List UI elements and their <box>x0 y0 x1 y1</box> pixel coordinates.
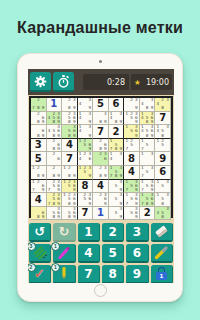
pencil-marks: 1235689 <box>62 193 77 206</box>
cell-value: 1 <box>50 99 57 109</box>
cell-value: 5 <box>35 154 42 164</box>
cell-r1c6[interactable]: 6 <box>109 98 125 112</box>
cell-r7c5[interactable]: 4 <box>93 180 109 194</box>
cell-r7c7[interactable]: 135679 <box>124 180 140 194</box>
elapsed-time: 0:28 <box>83 74 129 90</box>
pencil-marks: 35689 <box>47 207 62 220</box>
pencil-marks: 3489 <box>140 98 155 111</box>
cell-value: 4 <box>66 140 73 150</box>
undo-button[interactable]: ↺ <box>29 223 51 242</box>
digit-5-button[interactable]: 5 <box>102 244 124 263</box>
pencil-marks: 2789 <box>31 98 46 111</box>
input-pad: ↺↻12331456✓217891 <box>29 223 173 283</box>
pencil-marks: 2348 <box>155 98 170 111</box>
clock-display: ★ 19:00 <box>131 74 172 90</box>
pencil-marks: 12569 <box>78 139 93 152</box>
cell-r8c1[interactable]: 4 <box>31 193 47 207</box>
pencil-marks: 3458 <box>155 207 170 220</box>
pencil-marks: 1358 <box>155 193 170 206</box>
cell-r7c8[interactable]: 135679 <box>140 180 156 194</box>
page-title: Карандашные метки <box>0 19 200 37</box>
elapsed-time-value: 0:28 <box>107 78 125 87</box>
cell-r5c2[interactable]: 26 <box>47 152 63 166</box>
cell-r6c6[interactable]: 135789 <box>109 166 125 180</box>
pencil-marks: 689 <box>31 125 46 138</box>
pencil-marks: 235689 <box>62 112 77 125</box>
lock-button[interactable]: 1 <box>151 265 173 283</box>
cell-r3c5[interactable]: 7 <box>93 125 109 139</box>
pencil-marks: 13 <box>140 152 155 165</box>
pencil-marks: 26 <box>47 152 62 165</box>
check-button[interactable]: ✓2 <box>29 265 51 283</box>
cell-r9c6[interactable]: 359 <box>109 207 125 221</box>
cell-r7c1[interactable]: 12679 <box>31 180 47 194</box>
cell-value: 1 <box>97 208 104 218</box>
sudoku-board: 2789123893495623934892348268923456892356… <box>29 96 173 218</box>
toolbar: 0:28 ★ 19:00 <box>28 69 174 95</box>
cell-r1c7[interactable]: 239 <box>124 98 140 112</box>
timer-button[interactable] <box>53 72 74 92</box>
pencil-marks-button[interactable]: 3 <box>29 244 51 263</box>
check-icon: ✓ <box>34 267 45 280</box>
cell-r2c2[interactable]: 2345689 <box>47 112 63 126</box>
cell-value: 7 <box>159 113 166 123</box>
digit-8-button[interactable]: 8 <box>102 265 124 283</box>
pencil-marks: 123569 <box>62 180 77 193</box>
count-badge: 1 <box>51 242 60 251</box>
pencil-marks: 2389 <box>93 166 108 179</box>
undo-icon: ↺ <box>34 225 45 238</box>
count-badge: 3 <box>28 242 36 251</box>
cell-r9c7[interactable]: 3569 <box>124 207 140 221</box>
cell-r5c3[interactable]: 7 <box>62 152 78 166</box>
cell-r6c2[interactable]: 289 <box>47 166 63 180</box>
cell-r7c4[interactable]: 8 <box>78 180 94 194</box>
cell-value: 2 <box>144 208 151 218</box>
cell-r8c9[interactable]: 1358 <box>155 193 171 207</box>
pencil-marks: 1289 <box>62 166 77 179</box>
pencil-marks: 157 <box>140 139 155 152</box>
cell-r6c3[interactable]: 1289 <box>62 166 78 180</box>
cell-r2c9[interactable]: 7 <box>155 112 171 126</box>
pencil-marks: 13569 <box>124 125 139 138</box>
cell-r5c4[interactable]: 12346 <box>78 152 94 166</box>
digit-2-button[interactable]: 2 <box>102 223 124 242</box>
cell-value: 5 <box>97 99 104 109</box>
pencil-marks: 135 <box>155 180 170 193</box>
cell-r4c3[interactable]: 4 <box>62 139 78 153</box>
pencil-marks: 1357 <box>140 166 155 179</box>
marker-icon <box>154 246 168 260</box>
pencil-marks: 1349 <box>78 125 93 138</box>
marker-yellow-button[interactable] <box>151 244 173 263</box>
cell-r7c2[interactable]: 235679 <box>47 180 63 194</box>
status-wells: 0:28 ★ 19:00 <box>83 74 172 90</box>
cell-r1c9[interactable]: 2348 <box>155 98 171 112</box>
pencil-marks: 2689 <box>93 139 108 152</box>
cell-value: 8 <box>81 181 88 191</box>
cell-r3c9[interactable]: 13458 <box>155 125 171 139</box>
pencil-marks: 349 <box>78 98 93 111</box>
cell-r2c5[interactable]: 389 <box>93 112 109 126</box>
count-badge: 2 <box>28 263 36 272</box>
camera-dot <box>99 60 102 63</box>
cell-value: 4 <box>35 195 42 205</box>
pencil-marks: 135679 <box>140 180 155 193</box>
pencil-marks: 12359 <box>78 166 93 179</box>
cell-r4c2[interactable]: 2689 <box>47 139 63 153</box>
cell-r1c8[interactable]: 3489 <box>140 98 156 112</box>
app-screen: 0:28 ★ 19:00 278912389349562393489234826… <box>28 69 174 283</box>
cell-r7c3[interactable]: 123569 <box>62 180 78 194</box>
pencil-marks: 125 <box>155 139 170 152</box>
pencil-marks: 235679 <box>47 180 62 193</box>
pencil-marks: 1257 <box>124 139 139 152</box>
cell-r5c1[interactable]: 5 <box>31 152 47 166</box>
cell-value: 4 <box>128 167 135 177</box>
cell-r3c8[interactable]: 1345689 <box>140 125 156 139</box>
cell-r4c1[interactable]: 3 <box>31 139 47 153</box>
digit-4-button[interactable]: 4 <box>78 244 100 263</box>
pencil-marks: 1356789 <box>140 193 155 206</box>
cell-r1c5[interactable]: 5 <box>93 98 109 112</box>
cell-r2c8[interactable]: 1345689 <box>140 112 156 126</box>
cell-r5c8[interactable]: 13 <box>140 152 156 166</box>
cell-r8c8[interactable]: 1356789 <box>140 193 156 207</box>
pencil-marks: 23569 <box>78 193 93 206</box>
cell-r1c1[interactable]: 2789 <box>31 98 47 112</box>
cell-value: 7 <box>97 127 104 137</box>
digit-9-button[interactable]: 9 <box>126 265 148 283</box>
settings-button[interactable] <box>30 72 51 92</box>
cell-r1c4[interactable]: 349 <box>78 98 94 112</box>
cell-r8c6[interactable]: 359 <box>109 193 125 207</box>
cell-value: 7 <box>66 154 73 164</box>
pencil-marks: 35689 <box>62 125 77 138</box>
cell-r5c5[interactable]: 236 <box>93 152 109 166</box>
pencil-marks: 134 <box>109 152 124 165</box>
cell-value: 4 <box>97 181 104 191</box>
pencil-marks: 2689 <box>31 112 46 125</box>
digit-3-button[interactable]: 3 <box>126 223 148 242</box>
cell-r8c7[interactable]: 135679 <box>124 193 140 207</box>
stopwatch-icon <box>56 74 71 89</box>
digit-1-button[interactable]: 1 <box>78 223 100 242</box>
pencil-marks: 289 <box>47 166 62 179</box>
cell-r3c4[interactable]: 1349 <box>78 125 94 139</box>
pencil-marks: 1289 <box>31 166 46 179</box>
cell-r2c7[interactable]: 123569 <box>124 112 140 126</box>
cell-r9c3[interactable]: 35689 <box>62 207 78 221</box>
cell-r6c1[interactable]: 1289 <box>31 166 47 180</box>
redo-button[interactable]: ↻ <box>53 223 75 242</box>
pencil-marks: 2369 <box>93 193 108 206</box>
pencil-marks: 2389 <box>62 98 77 111</box>
digit-7-button[interactable]: 7 <box>78 265 100 283</box>
tablet-frame: 0:28 ★ 19:00 278912389349562393489234826… <box>17 53 183 302</box>
cell-r7c6[interactable]: 359 <box>109 180 125 194</box>
cell-r4c9[interactable]: 125 <box>155 139 171 153</box>
pencil-marks: 1345689 <box>140 125 155 138</box>
cell-r2c4[interactable]: 1349 <box>78 112 94 126</box>
count-badge: 1 <box>51 263 60 272</box>
cell-value: 7 <box>81 208 88 218</box>
pencil-marks: 123569 <box>124 112 139 125</box>
cell-r6c8[interactable]: 1357 <box>140 166 156 180</box>
cell-value: 3 <box>35 140 42 150</box>
cell-r8c4[interactable]: 23569 <box>78 193 94 207</box>
pencil-yellow-button[interactable]: 1 <box>53 265 75 283</box>
cell-r9c9[interactable]: 3458 <box>155 207 171 221</box>
pencil-marks: 13489 <box>109 112 124 125</box>
cell-r6c4[interactable]: 12359 <box>78 166 94 180</box>
cell-r4c7[interactable]: 1257 <box>124 139 140 153</box>
cell-r3c2[interactable]: 345689 <box>47 125 63 139</box>
cell-r7c9[interactable]: 135 <box>155 180 171 194</box>
cell-r6c5[interactable]: 2389 <box>93 166 109 180</box>
cell-r9c8[interactable]: 2 <box>140 207 156 221</box>
pencil-marks: 389 <box>93 112 108 125</box>
pencil-marks: 2356789 <box>47 193 62 206</box>
pencil-marks: 359 <box>109 193 124 206</box>
pencil-marks: 35689 <box>62 207 77 220</box>
cell-r3c1[interactable]: 689 <box>31 125 47 139</box>
eraser-button[interactable] <box>151 223 173 242</box>
pencil-marks: 2689 <box>47 139 62 152</box>
clock-value: 19:00 <box>146 78 169 87</box>
cell-r5c9[interactable]: 9 <box>155 152 171 166</box>
cell-value: 6 <box>113 99 120 109</box>
pencil-marks: 689 <box>31 207 46 220</box>
pencil-marks: 345689 <box>47 125 62 138</box>
cell-r9c2[interactable]: 35689 <box>47 207 63 221</box>
pencil-marks: 1345689 <box>140 112 155 125</box>
cell-r5c7[interactable]: 8 <box>124 152 140 166</box>
cell-r4c5[interactable]: 2689 <box>93 139 109 153</box>
cell-r9c4[interactable]: 7 <box>78 207 94 221</box>
digit-6-button[interactable]: 6 <box>126 244 148 263</box>
cell-r9c5[interactable]: 1 <box>93 207 109 221</box>
cell-r1c3[interactable]: 2389 <box>62 98 78 112</box>
cell-r6c7[interactable]: 4 <box>124 166 140 180</box>
pencil-marks: 12346 <box>78 152 93 165</box>
pencil-marks: 135789 <box>109 166 124 179</box>
cell-value: 2 <box>113 127 120 137</box>
cell-r4c6[interactable]: 15789 <box>109 139 125 153</box>
eraser-icon <box>155 225 168 237</box>
pencil-marks: 359 <box>109 180 124 193</box>
cell-value: 8 <box>128 154 135 164</box>
pencil-marks: 12679 <box>31 180 46 193</box>
cell-r2c1[interactable]: 2689 <box>31 112 47 126</box>
cell-r4c8[interactable]: 157 <box>140 139 156 153</box>
cell-value: 6 <box>159 167 166 177</box>
pencil-marks: 359 <box>109 207 124 220</box>
cell-r9c1[interactable]: 689 <box>31 207 47 221</box>
cell-r3c3[interactable]: 35689 <box>62 125 78 139</box>
cell-r1c2[interactable]: 1 <box>47 98 63 112</box>
pencil-marks: 15789 <box>109 139 124 152</box>
cell-value: 9 <box>159 154 166 164</box>
pencil-marks: 236 <box>93 152 108 165</box>
cell-r4c4[interactable]: 12569 <box>78 139 94 153</box>
cell-r3c6[interactable]: 2 <box>109 125 125 139</box>
cell-r2c6[interactable]: 13489 <box>109 112 125 126</box>
star-icon: ★ <box>134 78 141 87</box>
cell-r3c7[interactable]: 13569 <box>124 125 140 139</box>
cell-r8c3[interactable]: 1235689 <box>62 193 78 207</box>
cell-r8c5[interactable]: 2369 <box>93 193 109 207</box>
pencil-marks: 1349 <box>78 112 93 125</box>
pencil-marks: 135679 <box>124 180 139 193</box>
cell-r6c9[interactable]: 6 <box>155 166 171 180</box>
cell-r5c6[interactable]: 134 <box>109 152 125 166</box>
gear-icon <box>33 74 48 89</box>
cell-r8c2[interactable]: 2356789 <box>47 193 63 207</box>
pencil-marks: 135679 <box>124 193 139 206</box>
crayon-magenta-button[interactable]: 1 <box>53 244 75 263</box>
pencil-marks: 13458 <box>155 125 170 138</box>
pencil-marks: 3569 <box>124 207 139 220</box>
redo-icon: ↻ <box>59 225 70 238</box>
home-button[interactable] <box>94 284 107 297</box>
lock-icon: 1 <box>155 267 167 280</box>
cell-r2c3[interactable]: 235689 <box>62 112 78 126</box>
pencil-marks: 239 <box>124 98 139 111</box>
pencil-marks: 2345689 <box>47 112 62 125</box>
